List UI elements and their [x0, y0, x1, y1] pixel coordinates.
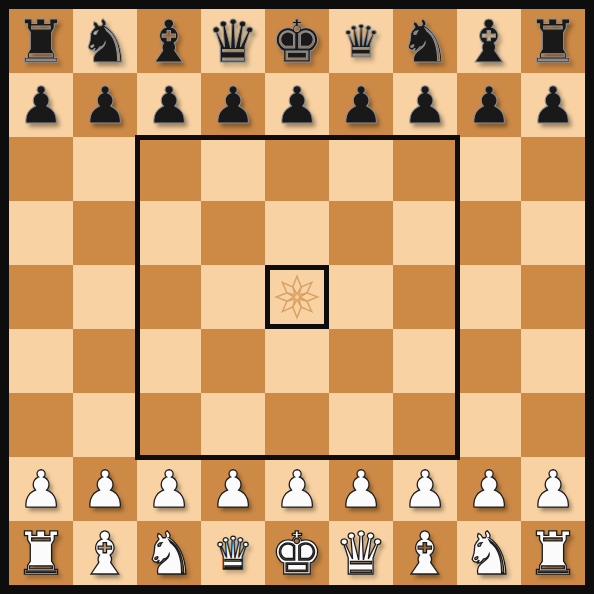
- piece-white-pawn[interactable]: ♟: [521, 457, 585, 521]
- piece-black-pawn[interactable]: ♟: [9, 73, 73, 137]
- piece-white-pawn[interactable]: ♟: [137, 457, 201, 521]
- square-g9[interactable]: ♞: [393, 9, 457, 73]
- square-f6[interactable]: [329, 201, 393, 265]
- square-i4[interactable]: [521, 329, 585, 393]
- piece-black-rook[interactable]: ♜: [9, 9, 73, 73]
- square-g7[interactable]: [393, 137, 457, 201]
- piece-black-pawn[interactable]: ♟: [73, 73, 137, 137]
- piece-white-rook[interactable]: ♜: [521, 521, 585, 585]
- square-b8[interactable]: ♟: [73, 73, 137, 137]
- board-frame: ♜♞♝♛♚♛♞♝♜♟♟♟♟♟♟♟♟♟♟♟♟♟♟♟♟♟♟♜♝♞♛♚♛♝♞♜: [0, 0, 594, 594]
- square-d3[interactable]: [201, 393, 265, 457]
- piece-black-pawn[interactable]: ♟: [521, 73, 585, 137]
- square-c9[interactable]: ♝: [137, 9, 201, 73]
- square-e1[interactable]: ♚: [265, 521, 329, 585]
- square-f1[interactable]: ♛: [329, 521, 393, 585]
- square-c6[interactable]: [137, 201, 201, 265]
- piece-black-pawn[interactable]: ♟: [457, 73, 521, 137]
- square-d6[interactable]: [201, 201, 265, 265]
- piece-white-knight[interactable]: ♞: [457, 521, 521, 585]
- piece-black-knight[interactable]: ♞: [393, 9, 457, 73]
- square-a8[interactable]: ♟: [9, 73, 73, 137]
- square-d8[interactable]: ♟: [201, 73, 265, 137]
- square-a3[interactable]: [9, 393, 73, 457]
- square-h3[interactable]: [457, 393, 521, 457]
- square-h9[interactable]: ♝: [457, 9, 521, 73]
- square-i5[interactable]: [521, 265, 585, 329]
- square-c3[interactable]: [137, 393, 201, 457]
- square-g8[interactable]: ♟: [393, 73, 457, 137]
- square-b3[interactable]: [73, 393, 137, 457]
- square-c4[interactable]: [137, 329, 201, 393]
- square-b9[interactable]: ♞: [73, 9, 137, 73]
- square-a7[interactable]: [9, 137, 73, 201]
- square-f2[interactable]: ♟: [329, 457, 393, 521]
- square-d2[interactable]: ♟: [201, 457, 265, 521]
- square-a6[interactable]: [9, 201, 73, 265]
- square-h6[interactable]: [457, 201, 521, 265]
- square-b4[interactable]: [73, 329, 137, 393]
- square-g4[interactable]: [393, 329, 457, 393]
- piece-black-pawn[interactable]: ♟: [201, 73, 265, 137]
- square-b7[interactable]: [73, 137, 137, 201]
- square-i7[interactable]: [521, 137, 585, 201]
- piece-white-pawn[interactable]: ♟: [73, 457, 137, 521]
- square-h1[interactable]: ♞: [457, 521, 521, 585]
- square-d9[interactable]: ♛: [201, 9, 265, 73]
- square-a4[interactable]: [9, 329, 73, 393]
- square-a5[interactable]: [9, 265, 73, 329]
- square-i1[interactable]: ♜: [521, 521, 585, 585]
- square-g6[interactable]: [393, 201, 457, 265]
- piece-black-pawn[interactable]: ♟: [393, 73, 457, 137]
- square-c2[interactable]: ♟: [137, 457, 201, 521]
- square-h2[interactable]: ♟: [457, 457, 521, 521]
- piece-black-bishop[interactable]: ♝: [457, 9, 521, 73]
- square-c5[interactable]: [137, 265, 201, 329]
- piece-white-pawn[interactable]: ♟: [201, 457, 265, 521]
- square-g5[interactable]: [393, 265, 457, 329]
- square-e8[interactable]: ♟: [265, 73, 329, 137]
- square-e6[interactable]: [265, 201, 329, 265]
- square-e3[interactable]: [265, 393, 329, 457]
- piece-white-queen[interactable]: ♛: [329, 521, 393, 585]
- square-e5[interactable]: [265, 265, 329, 329]
- square-f5[interactable]: [329, 265, 393, 329]
- square-g2[interactable]: ♟: [393, 457, 457, 521]
- square-e7[interactable]: [265, 137, 329, 201]
- piece-white-pawn[interactable]: ♟: [329, 457, 393, 521]
- square-h5[interactable]: [457, 265, 521, 329]
- square-h8[interactable]: ♟: [457, 73, 521, 137]
- square-e2[interactable]: ♟: [265, 457, 329, 521]
- square-e9[interactable]: ♚: [265, 9, 329, 73]
- piece-black-king[interactable]: ♚: [265, 9, 329, 73]
- square-b6[interactable]: [73, 201, 137, 265]
- piece-white-king[interactable]: ♚: [265, 521, 329, 585]
- piece-white-bishop[interactable]: ♝: [393, 521, 457, 585]
- square-i8[interactable]: ♟: [521, 73, 585, 137]
- square-a9[interactable]: ♜: [9, 9, 73, 73]
- square-b5[interactable]: [73, 265, 137, 329]
- piece-black-pawn[interactable]: ♟: [265, 73, 329, 137]
- piece-black-guard[interactable]: ♛: [329, 9, 393, 73]
- piece-black-queen[interactable]: ♛: [201, 9, 265, 73]
- piece-black-knight[interactable]: ♞: [73, 9, 137, 73]
- square-c8[interactable]: ♟: [137, 73, 201, 137]
- game-board: ♜♞♝♛♚♛♞♝♜♟♟♟♟♟♟♟♟♟♟♟♟♟♟♟♟♟♟♜♝♞♛♚♛♝♞♜: [9, 9, 585, 585]
- square-i3[interactable]: [521, 393, 585, 457]
- piece-white-pawn[interactable]: ♟: [457, 457, 521, 521]
- piece-white-bishop[interactable]: ♝: [73, 521, 137, 585]
- piece-black-pawn[interactable]: ♟: [329, 73, 393, 137]
- square-i9[interactable]: ♜: [521, 9, 585, 73]
- piece-white-pawn[interactable]: ♟: [393, 457, 457, 521]
- square-f9[interactable]: ♛: [329, 9, 393, 73]
- square-h4[interactable]: [457, 329, 521, 393]
- square-e4[interactable]: [265, 329, 329, 393]
- square-b1[interactable]: ♝: [73, 521, 137, 585]
- piece-white-rook[interactable]: ♜: [9, 521, 73, 585]
- square-i2[interactable]: ♟: [521, 457, 585, 521]
- piece-white-guard[interactable]: ♛: [201, 521, 265, 585]
- square-c1[interactable]: ♞: [137, 521, 201, 585]
- square-c7[interactable]: [137, 137, 201, 201]
- square-f3[interactable]: [329, 393, 393, 457]
- piece-white-pawn[interactable]: ♟: [265, 457, 329, 521]
- square-i6[interactable]: [521, 201, 585, 265]
- piece-white-pawn[interactable]: ♟: [9, 457, 73, 521]
- piece-black-bishop[interactable]: ♝: [137, 9, 201, 73]
- square-g1[interactable]: ♝: [393, 521, 457, 585]
- square-a1[interactable]: ♜: [9, 521, 73, 585]
- square-d5[interactable]: [201, 265, 265, 329]
- square-d4[interactable]: [201, 329, 265, 393]
- square-g3[interactable]: [393, 393, 457, 457]
- square-h7[interactable]: [457, 137, 521, 201]
- square-f8[interactable]: ♟: [329, 73, 393, 137]
- square-d1[interactable]: ♛: [201, 521, 265, 585]
- square-f4[interactable]: [329, 329, 393, 393]
- square-f7[interactable]: [329, 137, 393, 201]
- square-d7[interactable]: [201, 137, 265, 201]
- piece-black-rook[interactable]: ♜: [521, 9, 585, 73]
- flower-icon: [274, 274, 320, 320]
- piece-black-pawn[interactable]: ♟: [137, 73, 201, 137]
- square-b2[interactable]: ♟: [73, 457, 137, 521]
- piece-white-knight[interactable]: ♞: [137, 521, 201, 585]
- square-a2[interactable]: ♟: [9, 457, 73, 521]
